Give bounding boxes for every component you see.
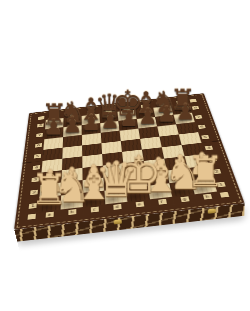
square-h1[interactable]: ♜ — [191, 178, 217, 194]
coord-plate: c — [90, 207, 98, 213]
chess-set: abcdefgh8♜♞♝♛♚♝♞♜87♟♟♟♟♟♟♟♟7665544332♟♟♟… — [11, 41, 232, 262]
square-d1[interactable]: ♛ — [104, 188, 127, 204]
coord-plate: b — [68, 209, 76, 215]
white-rook-h1[interactable]: ♜ — [187, 153, 225, 193]
white-queen-d1[interactable]: ♛ — [95, 157, 139, 203]
white-rook-a1[interactable]: ♜ — [30, 170, 68, 210]
brass-clasp-icon — [113, 219, 122, 224]
chess-board: abcdefgh8♜♞♝♛♚♝♞♜87♟♟♟♟♟♟♟♟7665544332♟♟♟… — [14, 93, 245, 229]
coord-plate — [220, 192, 230, 198]
coord-plate: h — [202, 194, 211, 200]
coord-plate: f — [158, 199, 167, 205]
brass-clasp-icon — [208, 208, 216, 213]
coord-plate: d — [113, 204, 121, 210]
product-photo-stage: abcdefgh8♜♞♝♛♚♝♞♜87♟♟♟♟♟♟♟♟7665544332♟♟♟… — [0, 0, 250, 311]
coord-plate: g — [180, 196, 189, 202]
border-corner — [217, 190, 232, 199]
coord-plate: a — [45, 212, 53, 218]
coord-plate: e — [135, 201, 144, 207]
coord-plate — [28, 214, 36, 220]
square-a1[interactable]: ♜ — [38, 196, 61, 212]
border-corner — [25, 212, 38, 221]
